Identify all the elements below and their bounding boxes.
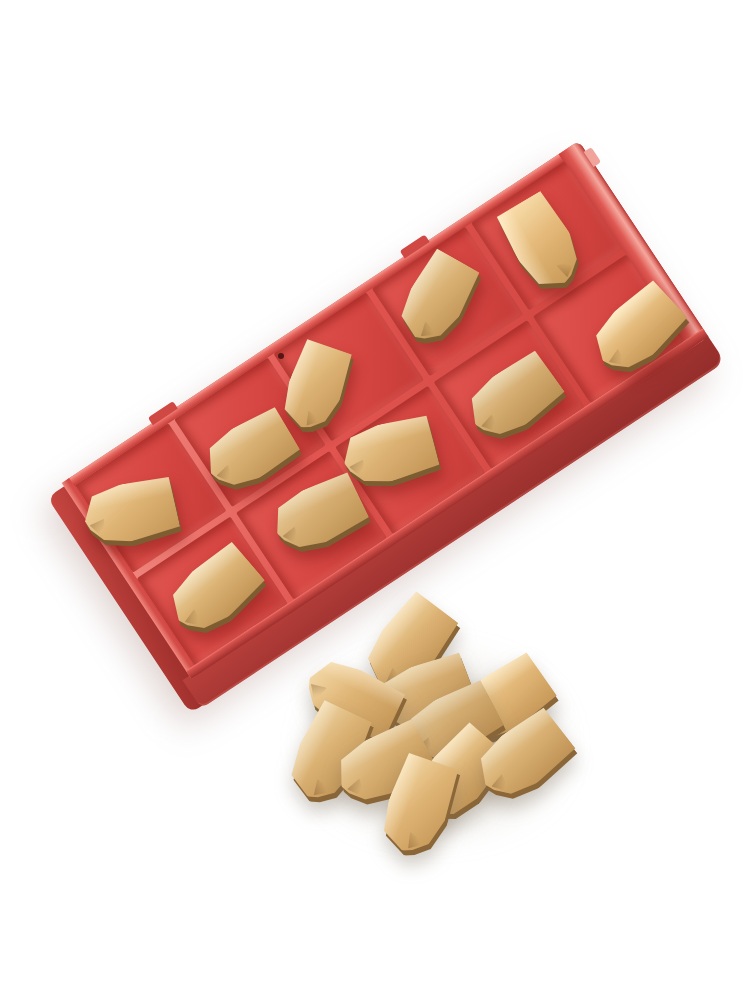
- tray-insert-b2: [273, 486, 363, 543]
- loose-insert-10: [371, 776, 466, 836]
- tray-insert-b1: [168, 562, 260, 620]
- tray-insert-b4: [467, 369, 559, 427]
- tray-insert-a3: [273, 360, 359, 414]
- tray-insert-a1: [84, 483, 176, 541]
- inserts-layer: [0, 0, 750, 1000]
- tray-insert-b3: [343, 423, 435, 481]
- loose-insert-9: [476, 727, 570, 786]
- tray-insert-b5: [591, 301, 683, 359]
- product-photo-stage: [0, 0, 750, 1000]
- tray-insert-a2: [205, 423, 294, 479]
- tray-insert-a5: [496, 214, 588, 272]
- tray-insert-a4: [393, 271, 481, 327]
